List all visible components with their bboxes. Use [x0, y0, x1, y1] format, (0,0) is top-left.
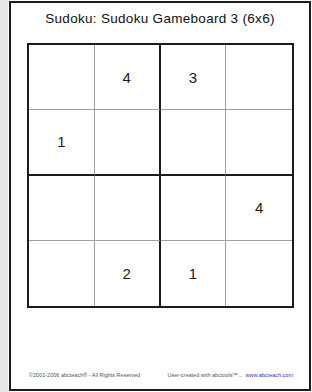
cell-r3c1[interactable] [29, 176, 95, 241]
cell-r4c3[interactable]: 1 [161, 241, 227, 306]
credit-label: User-created with abctools™... [167, 372, 242, 378]
footer: ©2001-2006 abcteach® - All Rights Reserv… [29, 373, 293, 379]
credit-text: User-created with abctools™...www.abctea… [167, 373, 293, 379]
cell-r2c1[interactable]: 1 [29, 110, 95, 175]
abcteach-url-link[interactable]: www.abcteach.com [246, 372, 293, 378]
worksheet-page: Sudoku: Sudoku Gameboard 3 (6x6) 431421 … [8, 0, 312, 392]
page-title: Sudoku: Sudoku Gameboard 3 (6x6) [8, 11, 312, 26]
cell-r4c2[interactable]: 2 [95, 241, 161, 306]
cell-r3c2[interactable] [95, 176, 161, 241]
copyright-text: ©2001-2006 abcteach® - All Rights Reserv… [29, 373, 140, 379]
cell-r2c4[interactable] [226, 110, 292, 175]
cell-r4c4[interactable] [226, 241, 292, 306]
cell-r3c3[interactable] [161, 176, 227, 241]
cell-r2c2[interactable] [95, 110, 161, 175]
cell-r2c3[interactable] [161, 110, 227, 175]
cell-r4c1[interactable] [29, 241, 95, 306]
sudoku-grid: 431421 [27, 43, 294, 308]
cell-r1c4[interactable] [226, 45, 292, 110]
cell-r1c1[interactable] [29, 45, 95, 110]
cell-r1c3[interactable]: 3 [161, 45, 227, 110]
cell-r1c2[interactable]: 4 [95, 45, 161, 110]
cell-r3c4[interactable]: 4 [226, 176, 292, 241]
